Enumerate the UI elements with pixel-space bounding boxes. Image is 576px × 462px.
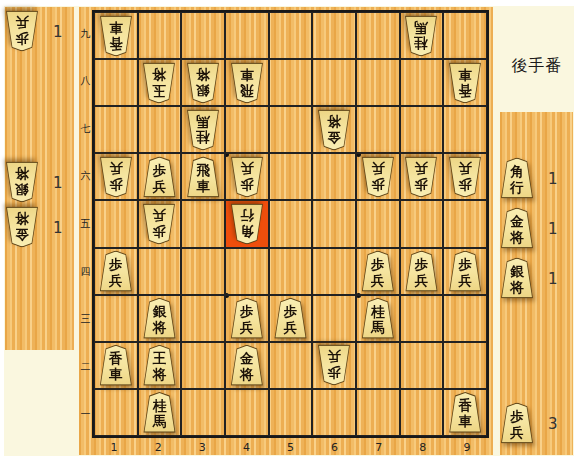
square-2九[interactable] bbox=[138, 12, 182, 59]
square-2五[interactable]: 歩兵 bbox=[138, 200, 182, 247]
square-3七[interactable]: 桂馬 bbox=[181, 106, 225, 153]
square-4三[interactable]: 歩兵 bbox=[225, 295, 269, 342]
square-7七[interactable] bbox=[356, 106, 400, 153]
square-1五[interactable] bbox=[94, 200, 138, 247]
square-5一[interactable] bbox=[269, 389, 313, 436]
square-4一[interactable] bbox=[225, 389, 269, 436]
hand-piece-row-金将: 金将1 bbox=[5, 207, 74, 251]
square-1九[interactable]: 香車 bbox=[94, 12, 138, 59]
square-9二[interactable] bbox=[443, 342, 487, 389]
piece-金将[interactable]: 金将 bbox=[317, 109, 351, 150]
square-3五[interactable] bbox=[181, 200, 225, 247]
piece-香車[interactable]: 香車 bbox=[99, 15, 133, 56]
piece-歩兵[interactable]: 歩兵 bbox=[230, 298, 264, 339]
hand-piece-row-角行: 角行1 bbox=[500, 158, 573, 202]
piece-歩兵[interactable]: 歩兵 bbox=[448, 251, 482, 292]
piece-飛車[interactable]: 飛車 bbox=[230, 62, 264, 103]
piece-香車[interactable]: 香車 bbox=[99, 345, 133, 386]
file-label-9: 9 bbox=[445, 440, 489, 455]
square-1一[interactable] bbox=[94, 389, 138, 436]
square-7三[interactable]: 桂馬 bbox=[356, 295, 400, 342]
square-1六[interactable]: 歩兵 bbox=[94, 153, 138, 200]
file-labels: 123456789 bbox=[92, 440, 489, 455]
file-label-6: 6 bbox=[313, 440, 357, 455]
square-4六[interactable]: 歩兵 bbox=[225, 153, 269, 200]
square-7六[interactable]: 歩兵 bbox=[356, 153, 400, 200]
hand-piece-row-歩兵: 歩兵1 bbox=[5, 11, 74, 55]
hand-count: 1 bbox=[53, 23, 63, 41]
square-1三[interactable] bbox=[94, 295, 138, 342]
square-4九[interactable] bbox=[225, 12, 269, 59]
piece-歩兵[interactable]: 歩兵 bbox=[404, 251, 438, 292]
rank-labels: 九八七六五四三二一 bbox=[79, 10, 92, 438]
piece-歩兵[interactable]: 歩兵 bbox=[142, 203, 176, 244]
square-4八[interactable]: 飛車 bbox=[225, 59, 269, 106]
shogi-app: 歩兵1銀将1金将1 九八七六五四三二一 香車桂馬玉将銀将飛車香車桂馬金将歩兵歩兵… bbox=[0, 0, 576, 462]
square-9九[interactable] bbox=[443, 12, 487, 59]
square-8六[interactable]: 歩兵 bbox=[400, 153, 444, 200]
board-grid: 香車桂馬玉将銀将飛車香車桂馬金将歩兵歩兵飛車歩兵歩兵歩兵歩兵歩兵角行歩兵歩兵歩兵… bbox=[92, 10, 489, 438]
hand-piece-row-銀将: 銀将1 bbox=[5, 162, 74, 206]
piece-角行[interactable]: 角行 bbox=[500, 158, 534, 199]
piece-金将[interactable]: 金将 bbox=[500, 208, 534, 249]
square-7九[interactable] bbox=[356, 12, 400, 59]
square-6一[interactable] bbox=[312, 389, 356, 436]
square-5二[interactable] bbox=[269, 342, 313, 389]
square-2四[interactable] bbox=[138, 248, 182, 295]
piece-桂馬[interactable]: 桂馬 bbox=[186, 109, 220, 150]
square-4七[interactable] bbox=[225, 106, 269, 153]
file-label-8: 8 bbox=[401, 440, 445, 455]
square-8二[interactable] bbox=[400, 342, 444, 389]
square-9七[interactable] bbox=[443, 106, 487, 153]
piece-桂馬[interactable]: 桂馬 bbox=[142, 392, 176, 433]
square-2二[interactable]: 王将 bbox=[138, 342, 182, 389]
square-9六[interactable]: 歩兵 bbox=[443, 153, 487, 200]
hand-count: 1 bbox=[548, 170, 558, 188]
piece-桂馬[interactable]: 桂馬 bbox=[361, 298, 395, 339]
hand-count: 1 bbox=[53, 219, 63, 237]
piece-桂馬[interactable]: 桂馬 bbox=[404, 15, 438, 56]
piece-銀将[interactable]: 銀将 bbox=[142, 298, 176, 339]
rank-label-八: 八 bbox=[79, 58, 92, 106]
square-2三[interactable]: 銀将 bbox=[138, 295, 182, 342]
square-6六[interactable] bbox=[312, 153, 356, 200]
board-panel: 九八七六五四三二一 香車桂馬玉将銀将飛車香車桂馬金将歩兵歩兵飛車歩兵歩兵歩兵歩兵… bbox=[79, 7, 493, 455]
square-8四[interactable]: 歩兵 bbox=[400, 248, 444, 295]
file-label-1: 1 bbox=[92, 440, 136, 455]
square-7一[interactable] bbox=[356, 389, 400, 436]
square-7八[interactable] bbox=[356, 59, 400, 106]
square-9一[interactable]: 香車 bbox=[443, 389, 487, 436]
square-2一[interactable]: 桂馬 bbox=[138, 389, 182, 436]
square-8七[interactable] bbox=[400, 106, 444, 153]
square-3一[interactable] bbox=[181, 389, 225, 436]
piece-飛車[interactable]: 飛車 bbox=[186, 156, 220, 197]
square-1四[interactable]: 歩兵 bbox=[94, 248, 138, 295]
square-8一[interactable] bbox=[400, 389, 444, 436]
file-label-4: 4 bbox=[224, 440, 268, 455]
square-8九[interactable]: 桂馬 bbox=[400, 12, 444, 59]
square-5八[interactable] bbox=[269, 59, 313, 106]
square-5五[interactable] bbox=[269, 200, 313, 247]
square-6二[interactable]: 歩兵 bbox=[312, 342, 356, 389]
square-6五[interactable] bbox=[312, 200, 356, 247]
square-7二[interactable] bbox=[356, 342, 400, 389]
rank-label-三: 三 bbox=[79, 295, 92, 343]
square-4五[interactable]: 角行 bbox=[225, 200, 269, 247]
piece-玉将[interactable]: 玉将 bbox=[142, 62, 176, 103]
square-1二[interactable]: 香車 bbox=[94, 342, 138, 389]
square-8三[interactable] bbox=[400, 295, 444, 342]
hand-piece-row-歩兵: 歩兵3 bbox=[500, 403, 573, 447]
piece-銀将[interactable]: 銀将 bbox=[500, 258, 534, 299]
square-3八[interactable]: 銀将 bbox=[181, 59, 225, 106]
sente-komadai: 歩兵1銀将1金将1 bbox=[5, 7, 74, 350]
hand-count: 1 bbox=[548, 220, 558, 238]
square-9四[interactable]: 歩兵 bbox=[443, 248, 487, 295]
square-6三[interactable] bbox=[312, 295, 356, 342]
turn-indicator: 後手番 bbox=[500, 56, 574, 77]
piece-歩兵[interactable]: 歩兵 bbox=[142, 156, 176, 197]
file-label-7: 7 bbox=[357, 440, 401, 455]
rank-label-一: 一 bbox=[79, 391, 92, 439]
square-6四[interactable] bbox=[312, 248, 356, 295]
file-label-2: 2 bbox=[136, 440, 180, 455]
piece-銀将[interactable]: 銀将 bbox=[5, 162, 39, 203]
rank-label-五: 五 bbox=[79, 200, 92, 248]
square-9五[interactable] bbox=[443, 200, 487, 247]
piece-銀将[interactable]: 銀将 bbox=[186, 62, 220, 103]
hand-piece-row-銀将: 銀将1 bbox=[500, 258, 573, 302]
square-3九[interactable] bbox=[181, 12, 225, 59]
hand-count: 3 bbox=[548, 415, 558, 433]
hand-piece-row-金将: 金将1 bbox=[500, 208, 573, 252]
piece-歩兵[interactable]: 歩兵 bbox=[448, 156, 482, 197]
rank-label-二: 二 bbox=[79, 343, 92, 391]
piece-歩兵[interactable]: 歩兵 bbox=[99, 251, 133, 292]
piece-王将[interactable]: 王将 bbox=[142, 345, 176, 386]
piece-歩兵[interactable]: 歩兵 bbox=[317, 345, 351, 386]
square-2六[interactable]: 歩兵 bbox=[138, 153, 182, 200]
piece-歩兵[interactable]: 歩兵 bbox=[361, 156, 395, 197]
piece-香車[interactable]: 香車 bbox=[448, 62, 482, 103]
piece-金将[interactable]: 金将 bbox=[5, 207, 39, 248]
square-7四[interactable]: 歩兵 bbox=[356, 248, 400, 295]
rank-label-九: 九 bbox=[79, 10, 92, 58]
square-3六[interactable]: 飛車 bbox=[181, 153, 225, 200]
square-6九[interactable] bbox=[312, 12, 356, 59]
piece-歩兵[interactable]: 歩兵 bbox=[273, 298, 307, 339]
square-3二[interactable] bbox=[181, 342, 225, 389]
square-9三[interactable] bbox=[443, 295, 487, 342]
hand-count: 1 bbox=[548, 270, 558, 288]
square-2八[interactable]: 玉将 bbox=[138, 59, 182, 106]
rank-label-六: 六 bbox=[79, 153, 92, 201]
square-9八[interactable]: 香車 bbox=[443, 59, 487, 106]
square-5四[interactable] bbox=[269, 248, 313, 295]
piece-歩兵[interactable]: 歩兵 bbox=[500, 403, 534, 444]
piece-金将[interactable]: 金将 bbox=[230, 345, 264, 386]
rank-label-四: 四 bbox=[79, 248, 92, 296]
square-5七[interactable] bbox=[269, 106, 313, 153]
square-5九[interactable] bbox=[269, 12, 313, 59]
square-5六[interactable] bbox=[269, 153, 313, 200]
square-5三[interactable]: 歩兵 bbox=[269, 295, 313, 342]
square-8五[interactable] bbox=[400, 200, 444, 247]
square-1七[interactable] bbox=[94, 106, 138, 153]
square-8八[interactable] bbox=[400, 59, 444, 106]
square-7五[interactable] bbox=[356, 200, 400, 247]
gote-komadai: 角行1金将1銀将1歩兵3 bbox=[500, 112, 573, 455]
square-3三[interactable] bbox=[181, 295, 225, 342]
square-4四[interactable] bbox=[225, 248, 269, 295]
piece-歩兵[interactable]: 歩兵 bbox=[99, 156, 133, 197]
square-1八[interactable] bbox=[94, 59, 138, 106]
square-6八[interactable] bbox=[312, 59, 356, 106]
piece-歩兵[interactable]: 歩兵 bbox=[361, 251, 395, 292]
rank-label-七: 七 bbox=[79, 105, 92, 153]
square-6七[interactable]: 金将 bbox=[312, 106, 356, 153]
square-4二[interactable]: 金将 bbox=[225, 342, 269, 389]
square-2七[interactable] bbox=[138, 106, 182, 153]
piece-香車[interactable]: 香車 bbox=[448, 392, 482, 433]
piece-歩兵[interactable]: 歩兵 bbox=[5, 11, 39, 52]
piece-歩兵[interactable]: 歩兵 bbox=[230, 156, 264, 197]
square-3四[interactable] bbox=[181, 248, 225, 295]
file-label-5: 5 bbox=[268, 440, 312, 455]
piece-歩兵[interactable]: 歩兵 bbox=[404, 156, 438, 197]
file-label-3: 3 bbox=[180, 440, 224, 455]
piece-角行[interactable]: 角行 bbox=[230, 203, 264, 244]
hand-count: 1 bbox=[53, 174, 63, 192]
